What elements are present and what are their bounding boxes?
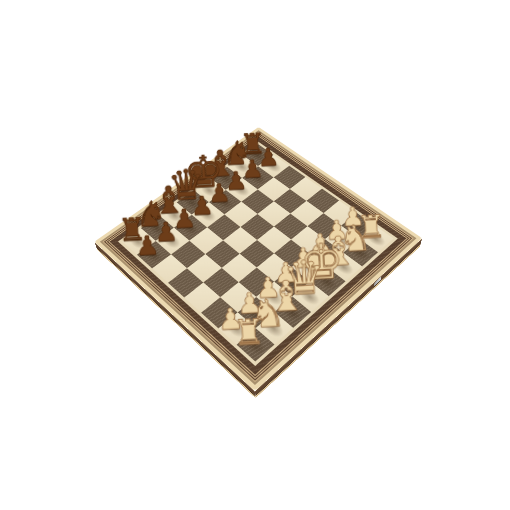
chess-board: ♜♟♟♜♞♟♟♞♝♟♟♝♚♟♟♚♛♟♟♛♝♟♟♝♞♟♟♞♜♟♟♜: [94, 127, 422, 391]
square-a1[interactable]: ♜: [237, 328, 275, 361]
product-photo: ♜♟♟♜♞♟♟♞♝♟♟♝♚♟♟♚♛♟♟♛♝♟♟♝♞♟♟♞♜♟♟♜: [0, 0, 510, 510]
scene: ♜♟♟♜♞♟♟♞♝♟♟♝♚♟♟♚♛♟♟♛♝♟♟♝♞♟♟♞♜♟♟♜: [0, 0, 510, 510]
board-frame: ♜♟♟♜♞♟♟♞♝♟♟♝♚♟♟♚♛♟♟♛♝♟♟♝♞♟♟♞♜♟♟♜: [100, 130, 417, 385]
board-grid: ♜♟♟♜♞♟♟♞♝♟♟♝♚♟♟♚♛♟♟♛♝♟♟♝♞♟♟♞♜♟♟♜: [122, 144, 393, 361]
camera-rotation: ♜♟♟♜♞♟♟♞♝♟♟♝♚♟♟♚♛♟♟♛♝♟♟♝♞♟♟♞♜♟♟♜: [0, 0, 510, 510]
board-edge: ♜♟♟♜♞♟♟♞♝♟♟♝♚♟♟♚♛♟♟♛♝♟♟♝♞♟♟♞♜♟♟♜: [94, 127, 422, 391]
board-inner-border: ♜♟♟♜♞♟♟♞♝♟♟♝♚♟♟♚♛♟♟♛♝♟♟♝♞♟♟♞♜♟♟♜: [118, 142, 398, 366]
black-pawn-icon: ♟: [122, 231, 172, 260]
white-rook-icon: ♜: [221, 314, 277, 352]
